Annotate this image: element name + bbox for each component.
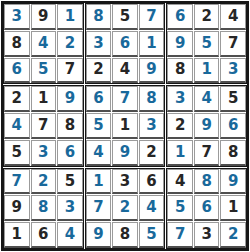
cell-r4c3[interactable]: 9 [57,86,83,112]
cell-r4c5[interactable]: 7 [112,86,138,112]
cell-r7c3[interactable]: 5 [57,169,83,195]
cell-r9c6[interactable]: 5 [139,222,165,248]
cell-r1c8[interactable]: 2 [194,4,220,30]
cell-r7c1[interactable]: 7 [4,169,30,195]
cell-r1c9[interactable]: 4 [220,4,246,30]
cell-r6c4[interactable]: 4 [86,140,112,166]
box-3-2: 136724985 [85,168,166,249]
cell-r2c6[interactable]: 1 [139,31,165,57]
sudoku-board: 3918426578573612496249578132194785366785… [1,1,249,251]
cell-r3c2[interactable]: 5 [31,58,57,84]
cell-r1c6[interactable]: 7 [139,4,165,30]
cell-r6c5[interactable]: 9 [112,140,138,166]
cell-r8c1[interactable]: 9 [4,195,30,221]
cell-r2c9[interactable]: 7 [220,31,246,57]
cell-r9c7[interactable]: 7 [167,222,193,248]
cell-r4c7[interactable]: 3 [167,86,193,112]
cell-r9c8[interactable]: 3 [194,222,220,248]
box-2-2: 678513492 [85,85,166,166]
cell-r6c7[interactable]: 1 [167,140,193,166]
cell-r7c2[interactable]: 2 [31,169,57,195]
cell-r4c8[interactable]: 4 [194,86,220,112]
cell-r3c9[interactable]: 3 [220,58,246,84]
cell-r1c5[interactable]: 5 [112,4,138,30]
cell-r4c9[interactable]: 5 [220,86,246,112]
cell-r2c8[interactable]: 5 [194,31,220,57]
cell-r5c7[interactable]: 2 [167,113,193,139]
cell-r7c6[interactable]: 6 [139,169,165,195]
cell-r9c5[interactable]: 8 [112,222,138,248]
cell-r9c3[interactable]: 4 [57,222,83,248]
cell-r2c7[interactable]: 9 [167,31,193,57]
cell-r6c2[interactable]: 3 [31,140,57,166]
cell-r3c7[interactable]: 8 [167,58,193,84]
cell-r3c8[interactable]: 1 [194,58,220,84]
box-3-3: 489561732 [166,168,247,249]
cell-r3c6[interactable]: 9 [139,58,165,84]
cell-r2c2[interactable]: 4 [31,31,57,57]
box-2-3: 345296178 [166,85,247,166]
cell-r8c4[interactable]: 7 [86,195,112,221]
cell-r1c1[interactable]: 3 [4,4,30,30]
cell-r8c6[interactable]: 4 [139,195,165,221]
cell-r2c5[interactable]: 6 [112,31,138,57]
cell-r4c6[interactable]: 8 [139,86,165,112]
cell-r5c6[interactable]: 3 [139,113,165,139]
cell-r5c2[interactable]: 7 [31,113,57,139]
box-1-2: 857361249 [85,3,166,84]
cell-r6c9[interactable]: 8 [220,140,246,166]
cell-r1c2[interactable]: 9 [31,4,57,30]
cell-r6c8[interactable]: 7 [194,140,220,166]
cell-r3c3[interactable]: 7 [57,58,83,84]
cell-r8c3[interactable]: 3 [57,195,83,221]
cell-r2c1[interactable]: 8 [4,31,30,57]
cell-r8c5[interactable]: 2 [112,195,138,221]
cell-r1c4[interactable]: 8 [86,4,112,30]
cell-r3c5[interactable]: 4 [112,58,138,84]
cell-r3c1[interactable]: 6 [4,58,30,84]
cell-r5c8[interactable]: 9 [194,113,220,139]
cell-r5c9[interactable]: 6 [220,113,246,139]
cell-r7c9[interactable]: 9 [220,169,246,195]
box-1-3: 624957813 [166,3,247,84]
cell-r4c2[interactable]: 1 [31,86,57,112]
cell-r1c3[interactable]: 1 [57,4,83,30]
cell-r9c2[interactable]: 6 [31,222,57,248]
cell-r5c1[interactable]: 4 [4,113,30,139]
cell-r4c4[interactable]: 6 [86,86,112,112]
cell-r5c5[interactable]: 1 [112,113,138,139]
cell-r6c6[interactable]: 2 [139,140,165,166]
cell-r7c5[interactable]: 3 [112,169,138,195]
cell-r1c7[interactable]: 6 [167,4,193,30]
box-3-1: 725983164 [3,168,84,249]
cell-r7c7[interactable]: 4 [167,169,193,195]
cell-r9c1[interactable]: 1 [4,222,30,248]
cell-r9c9[interactable]: 2 [220,222,246,248]
box-1-1: 391842657 [3,3,84,84]
cell-r4c1[interactable]: 2 [4,86,30,112]
cell-r7c8[interactable]: 8 [194,169,220,195]
cell-r9c4[interactable]: 9 [86,222,112,248]
cell-r5c3[interactable]: 8 [57,113,83,139]
cell-r7c4[interactable]: 1 [86,169,112,195]
cell-r2c3[interactable]: 2 [57,31,83,57]
cell-r8c7[interactable]: 5 [167,195,193,221]
cell-r6c1[interactable]: 5 [4,140,30,166]
cell-r6c3[interactable]: 6 [57,140,83,166]
cell-r8c9[interactable]: 1 [220,195,246,221]
cell-r3c4[interactable]: 2 [86,58,112,84]
cell-r2c4[interactable]: 3 [86,31,112,57]
cell-r5c4[interactable]: 5 [86,113,112,139]
box-2-1: 219478536 [3,85,84,166]
cell-r8c8[interactable]: 6 [194,195,220,221]
cell-r8c2[interactable]: 8 [31,195,57,221]
